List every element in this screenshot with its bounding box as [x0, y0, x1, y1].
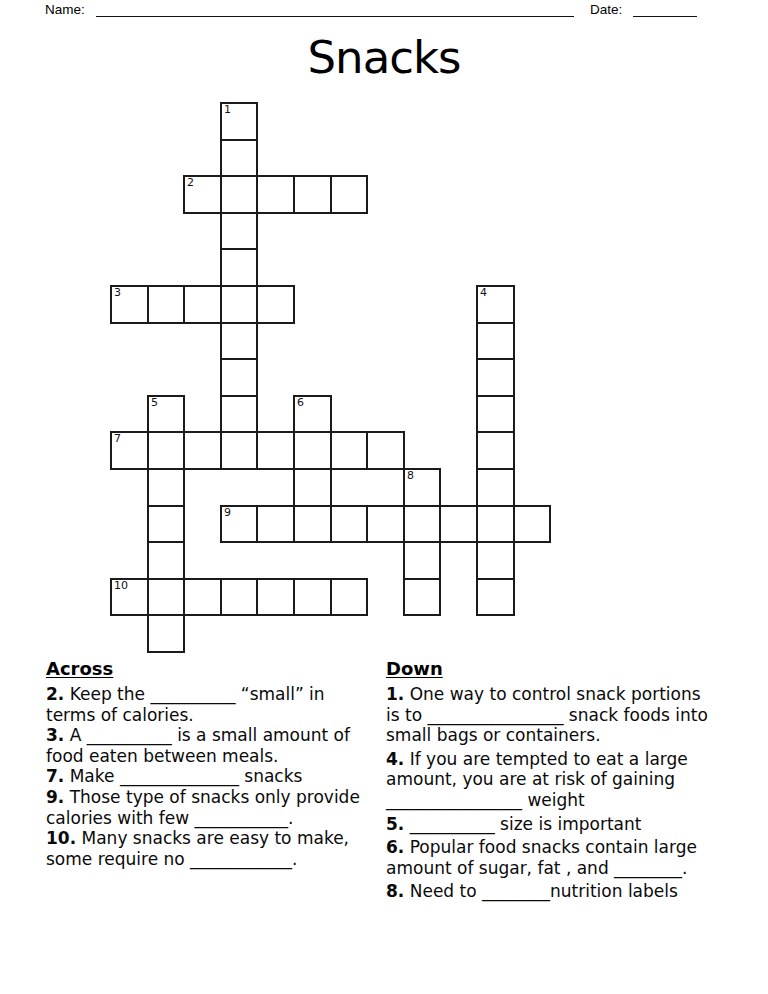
clue-down-6: 6. Popular food snacks contain large amo…: [386, 837, 766, 878]
grid-cell[interactable]: [256, 431, 295, 470]
grid-cell[interactable]: [403, 505, 441, 543]
grid-cell[interactable]: 1: [220, 102, 258, 141]
date-label: Date:: [590, 2, 622, 17]
grid-cell[interactable]: [220, 285, 258, 324]
grid-cell[interactable]: [476, 322, 515, 360]
grid-cell[interactable]: [476, 468, 515, 507]
cell-number: 10: [114, 580, 128, 592]
worksheet-page: Name: Date: Snacks 12345678910 Across 2.…: [0, 0, 768, 994]
grid-cell[interactable]: 10: [110, 578, 149, 616]
grid-cell[interactable]: [147, 578, 185, 616]
clue-text: A __________ is a small amount of food e…: [46, 725, 350, 766]
grid-cell[interactable]: [293, 431, 332, 470]
cell-number: 4: [480, 287, 487, 299]
grid-cell[interactable]: 3: [110, 285, 149, 324]
grid-cell[interactable]: 2: [183, 175, 222, 214]
clue-down-4: 4. If you are tempted to eat a large amo…: [386, 749, 766, 811]
clue-text: One way to control snack portions is to …: [386, 684, 708, 745]
clue-text: If you are tempted to eat a large amount…: [386, 749, 688, 810]
grid-cell[interactable]: [183, 431, 222, 470]
grid-cell[interactable]: [293, 468, 332, 507]
grid-cell[interactable]: 9: [220, 505, 258, 543]
grid-cell[interactable]: [220, 212, 258, 250]
grid-cell[interactable]: [220, 322, 258, 360]
clue-across-7: 7. Make ______________ snacks: [46, 766, 382, 787]
grid-cell[interactable]: 6: [293, 395, 332, 433]
cell-number: 2: [187, 177, 194, 189]
clue-number: 8.: [386, 881, 404, 901]
grid-cell[interactable]: [476, 431, 515, 470]
grid-cell[interactable]: [256, 505, 295, 543]
clue-across-3: 3. A __________ is a small amount of foo…: [46, 725, 382, 766]
grid-cell[interactable]: [330, 505, 368, 543]
cell-number: 9: [224, 507, 231, 519]
page-title: Snacks: [0, 31, 768, 84]
clue-number: 5.: [386, 814, 404, 834]
grid-cell[interactable]: [183, 578, 222, 616]
grid-cell[interactable]: [476, 358, 515, 397]
clue-text: Keep the __________ “small” in terms of …: [46, 684, 325, 725]
clue-down-8: 8. Need to ________nutrition labels: [386, 881, 766, 902]
grid-cell[interactable]: 7: [110, 431, 149, 470]
grid-cell[interactable]: [147, 541, 185, 580]
grid-cell[interactable]: 5: [147, 395, 185, 433]
date-blank-line: [633, 0, 697, 17]
grid-cell[interactable]: [330, 175, 368, 214]
grid-cell[interactable]: [220, 175, 258, 214]
grid-cell[interactable]: [220, 358, 258, 397]
clue-text: Many snacks are easy to make, some requi…: [46, 828, 349, 869]
grid-cell[interactable]: [147, 431, 185, 470]
clue-number: 3.: [46, 725, 64, 745]
grid-cell[interactable]: [439, 505, 478, 543]
cell-number: 3: [114, 287, 121, 299]
grid-cell[interactable]: 4: [476, 285, 515, 324]
clue-number: 10.: [46, 828, 76, 848]
clue-down-1: 1. One way to control snack portions is …: [386, 684, 766, 746]
clue-text: Those type of snacks only provide calori…: [46, 787, 360, 828]
clue-across-9: 9. Those type of snacks only provide cal…: [46, 787, 382, 828]
cell-number: 8: [407, 470, 414, 482]
grid-cell[interactable]: [147, 468, 185, 507]
grid-cell[interactable]: [513, 505, 551, 543]
grid-cell[interactable]: [220, 578, 258, 616]
grid-cell[interactable]: [476, 541, 515, 580]
grid-cell[interactable]: 8: [403, 468, 441, 507]
across-clues-column: Across 2. Keep the __________ “small” in…: [46, 658, 382, 869]
grid-cell[interactable]: [476, 395, 515, 433]
grid-cell[interactable]: [183, 285, 222, 324]
grid-cell[interactable]: [476, 578, 515, 616]
grid-cell[interactable]: [256, 285, 295, 324]
down-header: Down: [386, 658, 766, 679]
grid-cell[interactable]: [330, 431, 368, 470]
clue-across-2: 2. Keep the __________ “small” in terms …: [46, 684, 382, 725]
grid-cell[interactable]: [256, 175, 295, 214]
grid-cell[interactable]: [293, 175, 332, 214]
clue-number: 6.: [386, 837, 404, 857]
clue-number: 9.: [46, 787, 64, 807]
cell-number: 7: [114, 433, 121, 445]
grid-cell[interactable]: [293, 505, 332, 543]
grid-cell[interactable]: [403, 578, 441, 616]
clue-text: Popular food snacks contain large amount…: [386, 837, 697, 878]
down-clues-column: Down 1. One way to control snack portion…: [386, 658, 766, 905]
grid-cell[interactable]: [366, 505, 405, 543]
across-header: Across: [46, 658, 382, 679]
cell-number: 1: [224, 104, 231, 116]
name-blank-line: [96, 0, 574, 17]
clue-number: 2.: [46, 684, 64, 704]
clue-down-5: 5. __________ size is important: [386, 814, 766, 835]
grid-cell[interactable]: [220, 139, 258, 177]
clue-text: Make ______________ snacks: [64, 766, 302, 786]
clue-across-10: 10. Many snacks are easy to make, some r…: [46, 828, 382, 869]
grid-cell[interactable]: [256, 578, 295, 616]
clue-number: 7.: [46, 766, 64, 786]
clue-number: 4.: [386, 749, 404, 769]
grid-cell[interactable]: [293, 578, 332, 616]
cell-number: 6: [297, 397, 304, 409]
grid-cell[interactable]: [330, 578, 368, 616]
grid-cell[interactable]: [366, 431, 405, 470]
grid-cell[interactable]: [147, 505, 185, 543]
grid-cell[interactable]: [403, 541, 441, 580]
grid-cell[interactable]: [220, 395, 258, 433]
grid-cell[interactable]: [476, 505, 515, 543]
grid-cell[interactable]: [220, 431, 258, 470]
name-label: Name:: [45, 2, 85, 17]
grid-cell[interactable]: [147, 285, 185, 324]
clue-text: Need to ________nutrition labels: [404, 881, 678, 901]
grid-cell[interactable]: [147, 614, 185, 653]
grid-cell[interactable]: [220, 248, 258, 287]
crossword-grid: 12345678910: [110, 102, 550, 652]
clue-text: __________ size is important: [404, 814, 641, 834]
cell-number: 5: [151, 397, 158, 409]
clue-number: 1.: [386, 684, 404, 704]
